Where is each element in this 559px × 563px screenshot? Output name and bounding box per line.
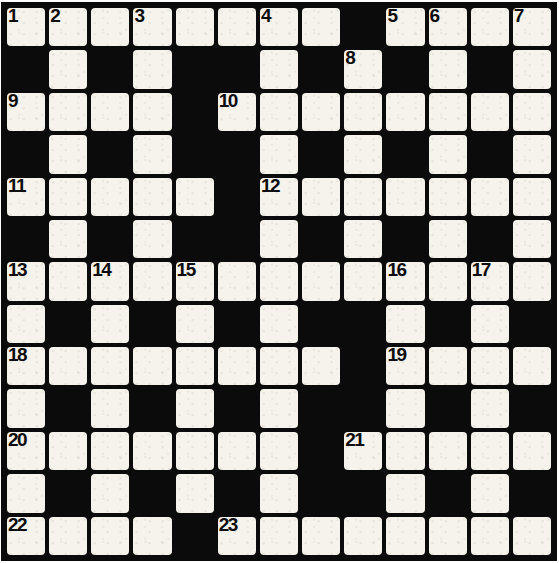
black-cell <box>49 389 87 427</box>
cell[interactable] <box>513 432 551 470</box>
cell[interactable] <box>429 262 467 300</box>
cell[interactable] <box>471 347 509 385</box>
cell[interactable] <box>133 517 171 555</box>
cell[interactable] <box>91 93 129 131</box>
clue-number: 21 <box>345 430 363 450</box>
black-cell <box>218 50 256 88</box>
cell[interactable] <box>91 517 129 555</box>
cell[interactable] <box>176 347 214 385</box>
cell[interactable] <box>260 93 298 131</box>
cell[interactable] <box>302 517 340 555</box>
cell[interactable] <box>429 347 467 385</box>
cell[interactable] <box>133 178 171 216</box>
clue-number: 22 <box>8 515 26 535</box>
cell[interactable]: 5 <box>386 8 424 46</box>
cell[interactable]: 12 <box>260 178 298 216</box>
black-cell <box>218 220 256 258</box>
cell[interactable] <box>429 135 467 173</box>
cell[interactable] <box>7 305 45 343</box>
cell[interactable]: 3 <box>133 8 171 46</box>
cell[interactable] <box>513 178 551 216</box>
cell[interactable] <box>91 474 129 512</box>
black-cell <box>471 135 509 173</box>
cell[interactable] <box>386 389 424 427</box>
cell[interactable] <box>260 432 298 470</box>
clue-number: 2 <box>50 6 59 26</box>
cell[interactable]: 14 <box>91 262 129 300</box>
black-cell <box>49 474 87 512</box>
clue-number: 10 <box>219 91 237 111</box>
cell[interactable] <box>49 347 87 385</box>
cell[interactable] <box>176 389 214 427</box>
cell[interactable] <box>386 305 424 343</box>
cell[interactable] <box>49 93 87 131</box>
cell[interactable] <box>218 432 256 470</box>
cell[interactable] <box>302 8 340 46</box>
cell[interactable] <box>302 178 340 216</box>
cell[interactable] <box>260 305 298 343</box>
cell[interactable] <box>7 474 45 512</box>
cell[interactable] <box>471 93 509 131</box>
black-cell <box>429 474 467 512</box>
black-cell <box>513 389 551 427</box>
cell[interactable]: 17 <box>471 262 509 300</box>
black-cell <box>302 135 340 173</box>
cell[interactable] <box>429 432 467 470</box>
clue-number: 12 <box>261 176 279 196</box>
cell[interactable]: 6 <box>429 8 467 46</box>
crossword-grid: 1234567891011121314151617181920212223 <box>1 2 557 561</box>
cell[interactable] <box>513 517 551 555</box>
black-cell <box>7 135 45 173</box>
cell[interactable]: 15 <box>176 262 214 300</box>
black-cell <box>429 305 467 343</box>
cell[interactable] <box>91 389 129 427</box>
black-cell <box>218 474 256 512</box>
black-cell <box>91 50 129 88</box>
cell[interactable] <box>133 93 171 131</box>
black-cell <box>302 389 340 427</box>
clue-number: 4 <box>261 6 270 26</box>
cell[interactable] <box>218 262 256 300</box>
black-cell <box>344 389 382 427</box>
cell[interactable] <box>513 262 551 300</box>
black-cell <box>133 305 171 343</box>
cell[interactable] <box>302 93 340 131</box>
cell[interactable] <box>133 262 171 300</box>
cell[interactable] <box>49 262 87 300</box>
cell[interactable] <box>218 8 256 46</box>
cell[interactable] <box>513 220 551 258</box>
clue-number: 17 <box>472 260 490 280</box>
cell[interactable] <box>133 50 171 88</box>
cell[interactable] <box>513 93 551 131</box>
cell[interactable] <box>471 389 509 427</box>
cell[interactable] <box>176 8 214 46</box>
cell[interactable] <box>91 432 129 470</box>
cell[interactable]: 4 <box>260 8 298 46</box>
cell[interactable] <box>344 178 382 216</box>
black-cell <box>176 50 214 88</box>
black-cell <box>7 220 45 258</box>
cell[interactable]: 13 <box>7 262 45 300</box>
cell[interactable]: 22 <box>7 517 45 555</box>
black-cell <box>386 135 424 173</box>
cell[interactable] <box>260 220 298 258</box>
cell[interactable] <box>344 135 382 173</box>
cell[interactable]: 20 <box>7 432 45 470</box>
cell[interactable] <box>386 178 424 216</box>
black-cell <box>386 220 424 258</box>
cell[interactable] <box>344 220 382 258</box>
black-cell <box>176 220 214 258</box>
clue-number: 20 <box>8 430 26 450</box>
black-cell <box>302 50 340 88</box>
black-cell <box>344 474 382 512</box>
crossword-page: 1234567891011121314151617181920212223 <box>0 0 559 563</box>
black-cell <box>91 220 129 258</box>
clue-number: 16 <box>387 260 405 280</box>
cell[interactable] <box>133 220 171 258</box>
cell[interactable] <box>91 347 129 385</box>
cell[interactable] <box>91 8 129 46</box>
cell[interactable] <box>49 50 87 88</box>
clue-number: 23 <box>219 515 237 535</box>
cell[interactable] <box>260 474 298 512</box>
black-cell <box>513 305 551 343</box>
cell[interactable] <box>513 135 551 173</box>
cell[interactable] <box>386 432 424 470</box>
cell[interactable]: 16 <box>386 262 424 300</box>
cell[interactable]: 11 <box>7 178 45 216</box>
cell[interactable] <box>260 517 298 555</box>
cell[interactable]: 9 <box>7 93 45 131</box>
black-cell <box>344 305 382 343</box>
cell[interactable]: 19 <box>386 347 424 385</box>
clue-number: 9 <box>8 91 17 111</box>
cell[interactable] <box>49 220 87 258</box>
cell[interactable] <box>344 517 382 555</box>
cell[interactable]: 23 <box>218 517 256 555</box>
black-cell <box>302 305 340 343</box>
cell[interactable] <box>91 178 129 216</box>
clue-number: 7 <box>514 6 523 26</box>
black-cell <box>344 347 382 385</box>
clue-number: 8 <box>345 48 354 68</box>
black-cell <box>176 135 214 173</box>
clue-number: 6 <box>430 6 439 26</box>
black-cell <box>218 178 256 216</box>
cell[interactable]: 18 <box>7 347 45 385</box>
cell[interactable] <box>344 262 382 300</box>
cell[interactable]: 2 <box>49 8 87 46</box>
black-cell <box>302 432 340 470</box>
cell[interactable] <box>49 432 87 470</box>
cell[interactable] <box>49 178 87 216</box>
clue-number: 18 <box>8 345 26 365</box>
black-cell <box>218 305 256 343</box>
cell[interactable] <box>471 432 509 470</box>
cell[interactable] <box>176 178 214 216</box>
black-cell <box>386 50 424 88</box>
cell[interactable]: 10 <box>218 93 256 131</box>
cell[interactable] <box>49 517 87 555</box>
black-cell <box>302 220 340 258</box>
cell[interactable] <box>302 262 340 300</box>
cell[interactable] <box>7 389 45 427</box>
cell[interactable] <box>471 517 509 555</box>
clue-number: 1 <box>8 6 17 26</box>
black-cell <box>218 135 256 173</box>
black-cell <box>176 93 214 131</box>
cell[interactable]: 7 <box>513 8 551 46</box>
cell[interactable] <box>513 50 551 88</box>
black-cell <box>91 135 129 173</box>
black-cell <box>49 305 87 343</box>
cell[interactable] <box>260 50 298 88</box>
clue-number: 14 <box>92 260 110 280</box>
cell[interactable] <box>302 347 340 385</box>
black-cell <box>133 389 171 427</box>
cell[interactable] <box>260 389 298 427</box>
cell[interactable] <box>471 178 509 216</box>
black-cell <box>471 220 509 258</box>
cell[interactable] <box>49 135 87 173</box>
black-cell <box>176 517 214 555</box>
cell[interactable] <box>471 8 509 46</box>
clue-number: 3 <box>134 6 143 26</box>
clue-number: 5 <box>387 6 396 26</box>
cell[interactable] <box>386 474 424 512</box>
cell[interactable] <box>471 474 509 512</box>
black-cell <box>344 8 382 46</box>
clue-number: 19 <box>387 345 405 365</box>
cell[interactable] <box>260 262 298 300</box>
cell[interactable] <box>513 347 551 385</box>
cell[interactable] <box>176 474 214 512</box>
cell[interactable] <box>91 305 129 343</box>
cell[interactable] <box>429 93 467 131</box>
cell[interactable] <box>133 432 171 470</box>
clue-number: 11 <box>8 176 25 196</box>
cell[interactable]: 21 <box>344 432 382 470</box>
cell[interactable] <box>133 135 171 173</box>
cell[interactable] <box>344 93 382 131</box>
black-cell <box>7 50 45 88</box>
cell[interactable] <box>260 135 298 173</box>
cell[interactable] <box>176 432 214 470</box>
cell[interactable] <box>218 347 256 385</box>
cell[interactable]: 8 <box>344 50 382 88</box>
black-cell <box>513 474 551 512</box>
cell[interactable] <box>260 347 298 385</box>
clue-number: 15 <box>177 260 195 280</box>
cell[interactable] <box>386 517 424 555</box>
cell[interactable] <box>429 178 467 216</box>
cell[interactable] <box>133 347 171 385</box>
black-cell <box>133 474 171 512</box>
cell[interactable] <box>386 93 424 131</box>
cell[interactable] <box>429 517 467 555</box>
black-cell <box>471 50 509 88</box>
cell[interactable] <box>429 50 467 88</box>
cell[interactable] <box>471 305 509 343</box>
black-cell <box>429 389 467 427</box>
cell[interactable] <box>429 220 467 258</box>
black-cell <box>302 474 340 512</box>
black-cell <box>218 389 256 427</box>
cell[interactable] <box>176 305 214 343</box>
clue-number: 13 <box>8 260 26 280</box>
cell[interactable]: 1 <box>7 8 45 46</box>
